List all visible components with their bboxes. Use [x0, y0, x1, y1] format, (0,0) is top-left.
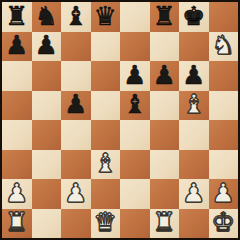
piece-white-pawn-c2[interactable]: ♟ [64, 180, 87, 206]
piece-black-bishop-c8[interactable]: ♝ [64, 3, 87, 29]
square-f6[interactable]: ♟ [150, 61, 180, 91]
square-f2[interactable] [150, 179, 180, 209]
square-g1[interactable] [179, 209, 209, 239]
piece-black-rook-a8[interactable]: ♜ [5, 3, 28, 29]
piece-white-king-h1[interactable]: ♚ [212, 209, 235, 235]
square-g5[interactable]: ♝ [179, 91, 209, 121]
square-a8[interactable]: ♜ [2, 2, 32, 32]
square-g8[interactable]: ♚ [179, 2, 209, 32]
square-d8[interactable]: ♛ [91, 2, 121, 32]
square-c4[interactable] [61, 120, 91, 150]
square-b2[interactable] [32, 179, 62, 209]
piece-white-pawn-a2[interactable]: ♟ [5, 180, 28, 206]
square-g6[interactable]: ♟ [179, 61, 209, 91]
square-h3[interactable] [209, 150, 239, 180]
square-h5[interactable] [209, 91, 239, 121]
square-h8[interactable] [209, 2, 239, 32]
piece-black-pawn-e6[interactable]: ♟ [123, 62, 146, 88]
square-h1[interactable]: ♚ [209, 209, 239, 239]
square-f7[interactable] [150, 32, 180, 62]
piece-black-pawn-c5[interactable]: ♟ [64, 91, 87, 117]
square-f1[interactable]: ♜ [150, 209, 180, 239]
piece-black-king-g8[interactable]: ♚ [182, 3, 205, 29]
square-a6[interactable] [2, 61, 32, 91]
square-b1[interactable] [32, 209, 62, 239]
piece-white-knight-h7[interactable]: ♞ [212, 32, 235, 58]
square-d2[interactable] [91, 179, 121, 209]
square-d1[interactable]: ♛ [91, 209, 121, 239]
square-h2[interactable]: ♟ [209, 179, 239, 209]
square-g4[interactable] [179, 120, 209, 150]
piece-white-rook-a1[interactable]: ♜ [5, 209, 28, 235]
piece-black-rook-f8[interactable]: ♜ [153, 3, 176, 29]
chess-board: ♜♞♝♛♜♚♟♟♞♟♟♟♟♝♝♝♟♟♟♟♜♛♜♚ [0, 0, 240, 240]
square-d7[interactable] [91, 32, 121, 62]
piece-white-bishop-g5[interactable]: ♝ [182, 91, 205, 117]
square-g2[interactable]: ♟ [179, 179, 209, 209]
piece-black-pawn-f6[interactable]: ♟ [153, 62, 176, 88]
square-d5[interactable] [91, 91, 121, 121]
square-f8[interactable]: ♜ [150, 2, 180, 32]
square-a5[interactable] [2, 91, 32, 121]
piece-white-pawn-h2[interactable]: ♟ [212, 180, 235, 206]
square-e2[interactable] [120, 179, 150, 209]
square-h7[interactable]: ♞ [209, 32, 239, 62]
piece-black-pawn-b7[interactable]: ♟ [35, 32, 58, 58]
square-b3[interactable] [32, 150, 62, 180]
square-g7[interactable] [179, 32, 209, 62]
square-c2[interactable]: ♟ [61, 179, 91, 209]
square-a7[interactable]: ♟ [2, 32, 32, 62]
square-h4[interactable] [209, 120, 239, 150]
piece-black-pawn-g6[interactable]: ♟ [182, 62, 205, 88]
square-c6[interactable] [61, 61, 91, 91]
square-e7[interactable] [120, 32, 150, 62]
square-e6[interactable]: ♟ [120, 61, 150, 91]
square-b4[interactable] [32, 120, 62, 150]
square-b8[interactable]: ♞ [32, 2, 62, 32]
piece-black-knight-b8[interactable]: ♞ [35, 3, 58, 29]
square-c8[interactable]: ♝ [61, 2, 91, 32]
square-f4[interactable] [150, 120, 180, 150]
square-e3[interactable] [120, 150, 150, 180]
square-e1[interactable] [120, 209, 150, 239]
piece-white-rook-f1[interactable]: ♜ [153, 209, 176, 235]
square-c7[interactable] [61, 32, 91, 62]
square-b5[interactable] [32, 91, 62, 121]
piece-white-bishop-d3[interactable]: ♝ [94, 150, 117, 176]
piece-white-queen-d1[interactable]: ♛ [94, 209, 117, 235]
square-d6[interactable] [91, 61, 121, 91]
piece-black-bishop-e5[interactable]: ♝ [123, 91, 146, 117]
piece-white-pawn-g2[interactable]: ♟ [182, 180, 205, 206]
square-g3[interactable] [179, 150, 209, 180]
square-a3[interactable] [2, 150, 32, 180]
square-a1[interactable]: ♜ [2, 209, 32, 239]
square-a2[interactable]: ♟ [2, 179, 32, 209]
piece-black-pawn-a7[interactable]: ♟ [5, 32, 28, 58]
square-d4[interactable] [91, 120, 121, 150]
piece-black-queen-d8[interactable]: ♛ [94, 3, 117, 29]
square-c5[interactable]: ♟ [61, 91, 91, 121]
square-c3[interactable] [61, 150, 91, 180]
square-d3[interactable]: ♝ [91, 150, 121, 180]
square-a4[interactable] [2, 120, 32, 150]
square-e4[interactable] [120, 120, 150, 150]
square-b6[interactable] [32, 61, 62, 91]
square-f3[interactable] [150, 150, 180, 180]
square-b7[interactable]: ♟ [32, 32, 62, 62]
square-h6[interactable] [209, 61, 239, 91]
square-c1[interactable] [61, 209, 91, 239]
square-e8[interactable] [120, 2, 150, 32]
square-f5[interactable] [150, 91, 180, 121]
square-e5[interactable]: ♝ [120, 91, 150, 121]
